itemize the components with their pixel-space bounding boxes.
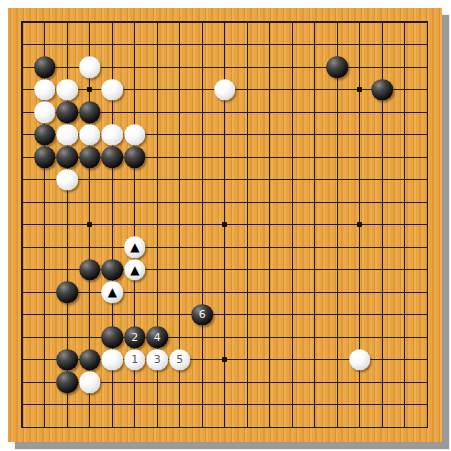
intersection[interactable]: 3 — [146, 349, 169, 372]
intersection[interactable] — [371, 416, 394, 439]
intersection[interactable] — [349, 281, 372, 304]
intersection[interactable] — [34, 349, 57, 372]
intersection[interactable] — [394, 34, 417, 57]
intersection[interactable] — [371, 34, 394, 57]
intersection[interactable] — [56, 326, 79, 349]
intersection[interactable] — [101, 34, 124, 57]
intersection[interactable] — [169, 11, 192, 34]
intersection[interactable] — [214, 79, 237, 102]
intersection[interactable] — [371, 101, 394, 124]
intersection[interactable] — [146, 101, 169, 124]
intersection[interactable] — [281, 146, 304, 169]
intersection[interactable] — [259, 101, 282, 124]
intersection[interactable] — [394, 214, 417, 237]
intersection[interactable] — [349, 56, 372, 79]
intersection[interactable] — [394, 281, 417, 304]
intersection[interactable] — [79, 259, 102, 282]
intersection[interactable] — [304, 191, 327, 214]
intersection[interactable] — [169, 101, 192, 124]
intersection[interactable] — [394, 169, 417, 192]
stone-black[interactable] — [57, 349, 79, 371]
intersection[interactable] — [304, 304, 327, 327]
intersection[interactable] — [169, 371, 192, 394]
intersection[interactable] — [11, 259, 34, 282]
intersection[interactable] — [281, 191, 304, 214]
intersection[interactable] — [326, 79, 349, 102]
intersection[interactable] — [281, 34, 304, 57]
intersection[interactable] — [101, 56, 124, 79]
stone-white-triangle-marked[interactable]: ▲ — [124, 237, 146, 259]
intersection[interactable] — [34, 11, 57, 34]
intersection[interactable] — [326, 281, 349, 304]
intersection[interactable] — [11, 416, 34, 439]
stone-black[interactable] — [34, 124, 56, 146]
intersection[interactable] — [11, 124, 34, 147]
intersection[interactable] — [326, 124, 349, 147]
intersection[interactable] — [146, 11, 169, 34]
intersection[interactable] — [124, 214, 147, 237]
intersection[interactable] — [34, 259, 57, 282]
intersection[interactable] — [34, 236, 57, 259]
stone-black[interactable] — [372, 79, 394, 101]
intersection[interactable] — [371, 56, 394, 79]
intersection[interactable] — [146, 34, 169, 57]
intersection[interactable] — [214, 326, 237, 349]
intersection[interactable] — [34, 371, 57, 394]
intersection[interactable] — [326, 236, 349, 259]
intersection[interactable] — [56, 349, 79, 372]
intersection[interactable] — [281, 169, 304, 192]
intersection[interactable] — [191, 394, 214, 417]
intersection[interactable] — [101, 11, 124, 34]
intersection[interactable] — [394, 371, 417, 394]
stone-white-triangle-marked[interactable]: ▲ — [124, 259, 146, 281]
intersection[interactable] — [214, 371, 237, 394]
intersection[interactable] — [371, 259, 394, 282]
intersection[interactable] — [349, 236, 372, 259]
intersection[interactable] — [236, 79, 259, 102]
intersection[interactable] — [259, 371, 282, 394]
intersection[interactable] — [56, 124, 79, 147]
intersection[interactable] — [101, 146, 124, 169]
intersection[interactable] — [124, 304, 147, 327]
intersection[interactable] — [259, 169, 282, 192]
intersection[interactable] — [326, 349, 349, 372]
intersection[interactable] — [124, 371, 147, 394]
intersection[interactable] — [281, 304, 304, 327]
intersection[interactable] — [259, 349, 282, 372]
intersection[interactable] — [349, 394, 372, 417]
intersection[interactable] — [394, 416, 417, 439]
intersection[interactable] — [394, 236, 417, 259]
intersection[interactable] — [34, 169, 57, 192]
stone-black[interactable] — [102, 327, 124, 349]
intersection[interactable] — [214, 11, 237, 34]
intersection[interactable] — [79, 34, 102, 57]
intersection[interactable] — [56, 101, 79, 124]
intersection[interactable] — [214, 214, 237, 237]
intersection[interactable] — [169, 394, 192, 417]
stone-black[interactable] — [57, 372, 79, 394]
intersection[interactable] — [146, 169, 169, 192]
intersection[interactable] — [394, 304, 417, 327]
stone-black[interactable] — [102, 259, 124, 281]
intersection[interactable] — [304, 11, 327, 34]
intersection[interactable] — [11, 11, 34, 34]
intersection[interactable] — [214, 169, 237, 192]
intersection[interactable] — [236, 371, 259, 394]
intersection[interactable] — [169, 259, 192, 282]
intersection[interactable] — [326, 169, 349, 192]
stone-white[interactable] — [102, 124, 124, 146]
intersection[interactable] — [169, 236, 192, 259]
intersection[interactable] — [281, 101, 304, 124]
intersection[interactable] — [416, 101, 439, 124]
stone-black-move-6[interactable]: 6 — [192, 304, 214, 326]
intersection[interactable] — [326, 371, 349, 394]
intersection[interactable] — [169, 34, 192, 57]
intersection[interactable] — [394, 11, 417, 34]
intersection[interactable] — [236, 259, 259, 282]
intersection[interactable] — [416, 79, 439, 102]
intersection[interactable] — [79, 169, 102, 192]
intersection[interactable] — [416, 326, 439, 349]
intersection[interactable] — [101, 349, 124, 372]
intersection[interactable] — [191, 236, 214, 259]
intersection[interactable] — [146, 79, 169, 102]
intersection[interactable] — [304, 214, 327, 237]
intersection[interactable] — [101, 214, 124, 237]
intersection[interactable] — [79, 416, 102, 439]
intersection[interactable] — [304, 326, 327, 349]
intersection[interactable] — [79, 281, 102, 304]
intersection[interactable] — [259, 146, 282, 169]
intersection[interactable] — [101, 124, 124, 147]
intersection[interactable] — [236, 326, 259, 349]
stone-white-move-3[interactable]: 3 — [147, 349, 169, 371]
intersection[interactable] — [79, 79, 102, 102]
intersection[interactable] — [281, 214, 304, 237]
intersection[interactable] — [79, 191, 102, 214]
intersection[interactable] — [79, 326, 102, 349]
intersection[interactable] — [146, 191, 169, 214]
intersection[interactable] — [79, 146, 102, 169]
intersection[interactable] — [326, 56, 349, 79]
intersection[interactable] — [34, 416, 57, 439]
intersection[interactable] — [259, 214, 282, 237]
intersection[interactable] — [191, 124, 214, 147]
intersection[interactable] — [259, 34, 282, 57]
intersection[interactable] — [304, 371, 327, 394]
intersection[interactable] — [169, 281, 192, 304]
intersection[interactable] — [146, 416, 169, 439]
stone-white[interactable] — [34, 79, 56, 101]
intersection[interactable] — [416, 259, 439, 282]
intersection[interactable] — [79, 304, 102, 327]
intersection[interactable] — [11, 101, 34, 124]
intersection[interactable] — [34, 304, 57, 327]
intersection[interactable] — [304, 259, 327, 282]
intersection[interactable] — [259, 56, 282, 79]
intersection[interactable] — [191, 371, 214, 394]
intersection[interactable] — [416, 191, 439, 214]
intersection[interactable] — [304, 34, 327, 57]
intersection[interactable] — [146, 124, 169, 147]
intersection[interactable] — [56, 169, 79, 192]
intersection[interactable] — [101, 416, 124, 439]
intersection[interactable] — [394, 124, 417, 147]
intersection[interactable] — [191, 34, 214, 57]
intersection[interactable] — [236, 124, 259, 147]
intersection[interactable] — [416, 56, 439, 79]
intersection[interactable] — [236, 191, 259, 214]
stone-white[interactable] — [102, 79, 124, 101]
intersection[interactable] — [11, 146, 34, 169]
intersection[interactable] — [146, 281, 169, 304]
intersection[interactable] — [34, 326, 57, 349]
intersection[interactable] — [371, 214, 394, 237]
intersection[interactable] — [326, 11, 349, 34]
intersection[interactable] — [416, 416, 439, 439]
intersection[interactable] — [236, 101, 259, 124]
intersection[interactable] — [56, 146, 79, 169]
intersection[interactable] — [259, 326, 282, 349]
intersection[interactable] — [169, 79, 192, 102]
intersection[interactable] — [349, 371, 372, 394]
intersection[interactable] — [191, 146, 214, 169]
intersection[interactable] — [349, 34, 372, 57]
intersection[interactable]: 5 — [169, 349, 192, 372]
intersection[interactable] — [416, 281, 439, 304]
intersection[interactable] — [371, 124, 394, 147]
stone-white[interactable] — [124, 124, 146, 146]
intersection[interactable] — [259, 236, 282, 259]
intersection[interactable] — [101, 169, 124, 192]
intersection[interactable] — [236, 304, 259, 327]
intersection[interactable] — [416, 34, 439, 57]
intersection[interactable] — [101, 79, 124, 102]
intersection[interactable] — [169, 416, 192, 439]
intersection[interactable] — [214, 416, 237, 439]
intersection[interactable] — [349, 169, 372, 192]
stone-white[interactable] — [214, 79, 236, 101]
stone-white[interactable] — [79, 124, 101, 146]
intersection[interactable] — [124, 101, 147, 124]
intersection[interactable] — [101, 101, 124, 124]
intersection[interactable] — [236, 214, 259, 237]
intersection[interactable] — [169, 146, 192, 169]
intersection[interactable] — [11, 56, 34, 79]
intersection[interactable] — [236, 169, 259, 192]
intersection[interactable] — [259, 79, 282, 102]
intersection[interactable] — [349, 416, 372, 439]
intersection[interactable] — [101, 259, 124, 282]
stone-black-move-2[interactable]: 2 — [124, 327, 146, 349]
intersection[interactable] — [34, 101, 57, 124]
intersection[interactable] — [371, 304, 394, 327]
intersection[interactable] — [214, 124, 237, 147]
intersection[interactable] — [416, 214, 439, 237]
intersection[interactable] — [416, 394, 439, 417]
intersection[interactable] — [146, 394, 169, 417]
stone-white-move-5[interactable]: 5 — [169, 349, 191, 371]
intersection[interactable] — [101, 394, 124, 417]
intersection[interactable] — [371, 236, 394, 259]
stone-white[interactable] — [79, 57, 101, 79]
intersection[interactable] — [326, 101, 349, 124]
intersection[interactable] — [236, 349, 259, 372]
intersection[interactable] — [146, 146, 169, 169]
intersection[interactable] — [11, 394, 34, 417]
intersection[interactable] — [349, 124, 372, 147]
intersection[interactable] — [371, 146, 394, 169]
intersection[interactable] — [394, 101, 417, 124]
intersection[interactable] — [259, 394, 282, 417]
intersection[interactable] — [56, 304, 79, 327]
intersection[interactable] — [169, 191, 192, 214]
intersection[interactable] — [236, 34, 259, 57]
intersection[interactable] — [349, 259, 372, 282]
intersection[interactable] — [281, 79, 304, 102]
intersection[interactable] — [146, 56, 169, 79]
intersection[interactable] — [56, 259, 79, 282]
intersection[interactable] — [79, 371, 102, 394]
intersection[interactable] — [281, 349, 304, 372]
intersection[interactable] — [79, 214, 102, 237]
stone-black[interactable] — [79, 349, 101, 371]
intersection[interactable] — [349, 349, 372, 372]
intersection[interactable] — [169, 326, 192, 349]
intersection[interactable]: 6 — [191, 304, 214, 327]
intersection[interactable] — [124, 56, 147, 79]
intersection[interactable] — [79, 124, 102, 147]
intersection[interactable] — [326, 394, 349, 417]
intersection[interactable] — [34, 281, 57, 304]
intersection[interactable] — [124, 79, 147, 102]
intersection[interactable] — [214, 259, 237, 282]
intersection[interactable] — [191, 79, 214, 102]
intersection[interactable] — [11, 326, 34, 349]
intersection[interactable] — [236, 416, 259, 439]
intersection[interactable] — [11, 371, 34, 394]
intersection[interactable] — [326, 416, 349, 439]
intersection[interactable] — [169, 214, 192, 237]
intersection[interactable] — [56, 79, 79, 102]
intersection[interactable] — [416, 11, 439, 34]
stone-black[interactable] — [79, 102, 101, 124]
intersection[interactable] — [79, 11, 102, 34]
intersection[interactable] — [124, 169, 147, 192]
intersection[interactable] — [236, 146, 259, 169]
intersection[interactable] — [101, 191, 124, 214]
intersection[interactable] — [394, 394, 417, 417]
intersection[interactable] — [214, 236, 237, 259]
stone-black[interactable] — [34, 147, 56, 169]
intersection[interactable] — [304, 146, 327, 169]
stone-white-triangle-marked[interactable]: ▲ — [102, 282, 124, 304]
intersection[interactable] — [326, 146, 349, 169]
intersection[interactable] — [349, 11, 372, 34]
intersection[interactable] — [236, 236, 259, 259]
intersection[interactable] — [416, 169, 439, 192]
intersection[interactable] — [281, 236, 304, 259]
intersection[interactable] — [79, 394, 102, 417]
intersection[interactable] — [169, 124, 192, 147]
intersection[interactable] — [214, 56, 237, 79]
intersection[interactable] — [124, 11, 147, 34]
intersection[interactable] — [281, 394, 304, 417]
stone-black[interactable] — [124, 147, 146, 169]
stone-black[interactable] — [34, 57, 56, 79]
intersection[interactable] — [56, 56, 79, 79]
intersection[interactable] — [304, 281, 327, 304]
intersection[interactable] — [11, 349, 34, 372]
stone-white[interactable] — [57, 124, 79, 146]
intersection[interactable] — [191, 259, 214, 282]
intersection[interactable] — [326, 304, 349, 327]
intersection[interactable] — [11, 79, 34, 102]
intersection[interactable] — [146, 259, 169, 282]
intersection[interactable] — [34, 146, 57, 169]
intersection[interactable] — [34, 214, 57, 237]
intersection[interactable] — [394, 79, 417, 102]
intersection[interactable] — [34, 191, 57, 214]
intersection[interactable] — [11, 169, 34, 192]
intersection[interactable] — [146, 371, 169, 394]
stone-black-move-4[interactable]: 4 — [147, 327, 169, 349]
intersection[interactable] — [326, 326, 349, 349]
intersection[interactable] — [371, 191, 394, 214]
intersection[interactable] — [34, 124, 57, 147]
intersection[interactable] — [349, 146, 372, 169]
intersection[interactable] — [416, 304, 439, 327]
intersection[interactable] — [101, 326, 124, 349]
intersection[interactable] — [56, 34, 79, 57]
intersection[interactable] — [214, 281, 237, 304]
intersection[interactable] — [79, 56, 102, 79]
stone-black[interactable] — [102, 147, 124, 169]
intersection[interactable] — [259, 11, 282, 34]
intersection[interactable] — [11, 214, 34, 237]
intersection[interactable] — [349, 191, 372, 214]
intersection[interactable] — [101, 371, 124, 394]
intersection[interactable] — [146, 236, 169, 259]
intersection[interactable] — [371, 326, 394, 349]
intersection[interactable] — [191, 191, 214, 214]
intersection[interactable]: 1 — [124, 349, 147, 372]
intersection[interactable] — [34, 56, 57, 79]
intersection[interactable] — [281, 416, 304, 439]
stone-black[interactable] — [79, 259, 101, 281]
stone-black[interactable] — [79, 147, 101, 169]
intersection[interactable] — [371, 79, 394, 102]
intersection[interactable] — [56, 281, 79, 304]
stone-white[interactable] — [34, 102, 56, 124]
intersection[interactable] — [394, 146, 417, 169]
stone-white[interactable] — [79, 372, 101, 394]
intersection[interactable] — [101, 304, 124, 327]
intersection[interactable] — [326, 214, 349, 237]
stone-black[interactable] — [57, 147, 79, 169]
intersection[interactable] — [11, 191, 34, 214]
intersection[interactable] — [56, 371, 79, 394]
intersection[interactable] — [304, 79, 327, 102]
stone-white-move-1[interactable]: 1 — [124, 349, 146, 371]
intersection[interactable] — [56, 11, 79, 34]
intersection[interactable]: 4 — [146, 326, 169, 349]
intersection[interactable] — [326, 191, 349, 214]
intersection[interactable] — [146, 304, 169, 327]
